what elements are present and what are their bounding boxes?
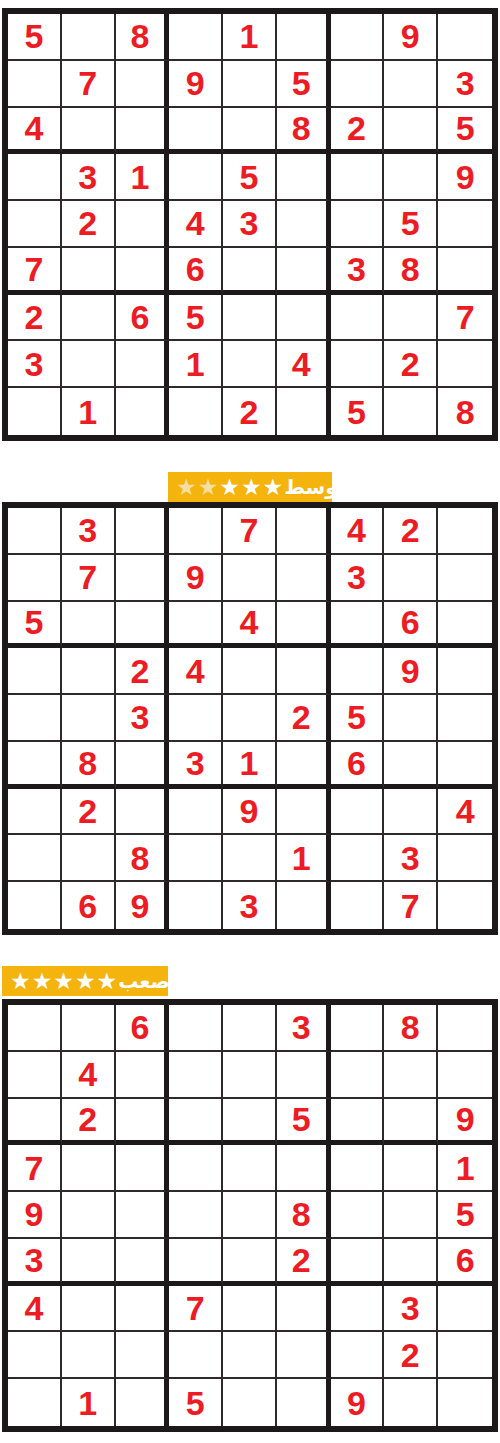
cell-r7c2-given: 2 <box>62 789 116 836</box>
cell-r3c7-empty <box>331 602 385 649</box>
cell-r5c7-given: 5 <box>331 695 385 742</box>
cell-r8c5-empty <box>223 341 277 388</box>
cell-r8c2-empty <box>62 1332 116 1379</box>
cell-r3c9-empty <box>438 602 492 649</box>
cell-r6c1-given: 3 <box>8 1239 62 1286</box>
cell-r8c1-empty <box>8 835 62 882</box>
cell-r1c9-empty <box>438 508 492 555</box>
cell-r8c9-empty <box>438 341 492 388</box>
difficulty-banner-hard: ★★★★★ صعب <box>2 966 168 996</box>
cell-r5c8-empty <box>384 695 438 742</box>
cell-r2c9-empty <box>438 555 492 602</box>
difficulty-label-medium: وسط <box>284 472 338 502</box>
cell-r7c1-given: 4 <box>8 1286 62 1333</box>
cell-r7c5-empty <box>223 295 277 342</box>
cell-r2c2-given: 7 <box>62 555 116 602</box>
cell-r5c1-given: 9 <box>8 1192 62 1239</box>
cell-r6c6-empty <box>277 248 331 295</box>
cell-r3c4-empty <box>169 1099 223 1146</box>
cell-r4c5-empty <box>223 648 277 695</box>
star-icon-bright: ★ <box>10 966 31 996</box>
cell-r7c4-empty <box>169 789 223 836</box>
cell-r3c2-empty <box>62 602 116 649</box>
cell-r7c1-empty <box>8 789 62 836</box>
cell-r4c4-empty <box>169 1145 223 1192</box>
cell-r6c1-empty <box>8 742 62 789</box>
cell-r6c2-given: 8 <box>62 742 116 789</box>
cell-r8c1-empty <box>8 1332 62 1379</box>
cell-r8c1-given: 3 <box>8 341 62 388</box>
cell-r9c2-given: 6 <box>62 882 116 929</box>
cell-r3c5-empty <box>223 108 277 155</box>
cell-r5c1-empty <box>8 695 62 742</box>
cell-r9c9-empty <box>438 882 492 929</box>
star-icon-bright: ★ <box>75 966 96 996</box>
cell-r2c8-empty <box>384 1052 438 1099</box>
cell-r2c8-empty <box>384 555 438 602</box>
cell-r8c4-given: 1 <box>169 341 223 388</box>
cell-r1c3-empty <box>116 508 170 555</box>
cell-r7c9-given: 4 <box>438 789 492 836</box>
cell-r3c1-empty <box>8 1099 62 1146</box>
cell-r3c5-empty <box>223 1099 277 1146</box>
cell-r5c2-given: 2 <box>62 201 116 248</box>
cell-r8c9-empty <box>438 835 492 882</box>
cell-r6c9-empty <box>438 742 492 789</box>
cell-r4c9-empty <box>438 648 492 695</box>
cell-r1c1-empty <box>8 1005 62 1052</box>
cell-r5c5-given: 3 <box>223 201 277 248</box>
cell-r2c6-empty <box>277 555 331 602</box>
cell-r6c6-empty <box>277 742 331 789</box>
cell-r8c3-empty <box>116 1332 170 1379</box>
cell-r1c6-empty <box>277 508 331 555</box>
cell-r1c8-given: 9 <box>384 14 438 61</box>
cell-r5c4-given: 4 <box>169 201 223 248</box>
cell-r3c4-empty <box>169 602 223 649</box>
cell-r7c9-given: 7 <box>438 295 492 342</box>
cell-r1c6-empty <box>277 14 331 61</box>
cell-r5c2-empty <box>62 1192 116 1239</box>
cell-r3c2-given: 2 <box>62 1099 116 1146</box>
cell-r8c2-empty <box>62 835 116 882</box>
cell-r9c8-given: 7 <box>384 882 438 929</box>
cell-r3c4-empty <box>169 108 223 155</box>
cell-r3c1-given: 4 <box>8 108 62 155</box>
cell-r3c9-given: 5 <box>438 108 492 155</box>
cell-r4c7-empty <box>331 648 385 695</box>
cell-r3c7-given: 2 <box>331 108 385 155</box>
cell-r2c8-empty <box>384 61 438 108</box>
cell-r8c6-given: 4 <box>277 341 331 388</box>
cell-r4c3-given: 2 <box>116 648 170 695</box>
cell-r6c8-empty <box>384 742 438 789</box>
cell-r3c8-empty <box>384 1099 438 1146</box>
cell-r9c6-empty <box>277 388 331 435</box>
cell-r1c9-empty <box>438 14 492 61</box>
cell-r2c2-given: 4 <box>62 1052 116 1099</box>
cell-r2c3-empty <box>116 555 170 602</box>
cell-r8c2-empty <box>62 341 116 388</box>
cell-r8c4-empty <box>169 1332 223 1379</box>
cell-r2c6-given: 5 <box>277 61 331 108</box>
cell-r2c5-empty <box>223 61 277 108</box>
cell-r1c8-given: 8 <box>384 1005 438 1052</box>
cell-r9c8-empty <box>384 1379 438 1426</box>
cell-r7c3-empty <box>116 789 170 836</box>
cell-r4c9-given: 9 <box>438 154 492 201</box>
cell-r6c7-given: 3 <box>331 248 385 295</box>
cell-r2c1-empty <box>8 61 62 108</box>
cell-r2c4-given: 9 <box>169 61 223 108</box>
cell-r9c3-empty <box>116 388 170 435</box>
cell-r6c3-empty <box>116 742 170 789</box>
cell-r7c6-empty <box>277 295 331 342</box>
cell-r8c5-empty <box>223 1332 277 1379</box>
difficulty-banner-medium: ★★★★★ وسط <box>168 472 332 502</box>
cell-r9c7-given: 9 <box>331 1379 385 1426</box>
cell-r4c6-empty <box>277 648 331 695</box>
cell-r3c2-empty <box>62 108 116 155</box>
cell-r1c5-given: 7 <box>223 508 277 555</box>
cell-r8c9-empty <box>438 1332 492 1379</box>
cell-r6c9-empty <box>438 248 492 295</box>
cell-r1c6-given: 3 <box>277 1005 331 1052</box>
cell-r1c1-given: 5 <box>8 14 62 61</box>
cell-r6c8-given: 8 <box>384 248 438 295</box>
sudoku-page: 581979534825315924357638265731421258 ★★★… <box>0 8 500 1443</box>
cell-r2c3-empty <box>116 1052 170 1099</box>
cell-r8c6-given: 1 <box>277 835 331 882</box>
cell-r7c7-empty <box>331 789 385 836</box>
cell-r8c3-empty <box>116 341 170 388</box>
cell-r7c5-empty <box>223 1286 277 1333</box>
cell-r6c5-empty <box>223 248 277 295</box>
cell-r8c8-given: 3 <box>384 835 438 882</box>
cell-r7c5-given: 9 <box>223 789 277 836</box>
cell-r5c8-empty <box>384 1192 438 1239</box>
star-icon-bright: ★ <box>53 966 74 996</box>
cell-r8c6-empty <box>277 1332 331 1379</box>
cell-r4c5-empty <box>223 1145 277 1192</box>
cell-r9c8-empty <box>384 388 438 435</box>
cell-r9c9-empty <box>438 1379 492 1426</box>
cell-r9c1-empty <box>8 388 62 435</box>
cell-r5c3-empty <box>116 201 170 248</box>
cell-r5c5-empty <box>223 1192 277 1239</box>
cell-r5c6-given: 8 <box>277 1192 331 1239</box>
cell-r1c7-empty <box>331 14 385 61</box>
cell-r8c8-given: 2 <box>384 341 438 388</box>
cell-r8c8-given: 2 <box>384 1332 438 1379</box>
cell-r8c7-empty <box>331 1332 385 1379</box>
star-icon-bright: ★ <box>32 966 53 996</box>
cell-r5c7-empty <box>331 1192 385 1239</box>
cell-r1c5-empty <box>223 1005 277 1052</box>
cell-r9c1-empty <box>8 882 62 929</box>
cell-r9c7-given: 5 <box>331 388 385 435</box>
star-icon-dim: ★ <box>198 472 219 502</box>
cell-r5c4-empty <box>169 695 223 742</box>
cell-r4c8-empty <box>384 1145 438 1192</box>
cell-r6c8-empty <box>384 1239 438 1286</box>
cell-r5c7-empty <box>331 201 385 248</box>
cell-r7c7-empty <box>331 1286 385 1333</box>
cell-r4c7-empty <box>331 154 385 201</box>
cell-r5c6-empty <box>277 201 331 248</box>
cell-r4c9-given: 1 <box>438 1145 492 1192</box>
star-icon-dim: ★ <box>176 472 197 502</box>
cell-r8c4-empty <box>169 835 223 882</box>
cell-r5c3-empty <box>116 1192 170 1239</box>
sudoku-board-medium: 374279354624932583162948136937 <box>2 502 498 935</box>
cell-r3c8-empty <box>384 108 438 155</box>
cell-r2c7-empty <box>331 61 385 108</box>
cell-r6c5-empty <box>223 1239 277 1286</box>
cell-r7c7-empty <box>331 295 385 342</box>
cell-r1c3-given: 6 <box>116 1005 170 1052</box>
cell-r6c7-given: 6 <box>331 742 385 789</box>
cell-r5c5-empty <box>223 695 277 742</box>
cell-r2c7-empty <box>331 1052 385 1099</box>
cell-r4c7-empty <box>331 1145 385 1192</box>
cell-r4c1-given: 7 <box>8 1145 62 1192</box>
cell-r7c8-empty <box>384 789 438 836</box>
star-icon-bright: ★ <box>241 472 262 502</box>
cell-r5c9-empty <box>438 695 492 742</box>
cell-r1c2-empty <box>62 1005 116 1052</box>
cell-r4c6-empty <box>277 1145 331 1192</box>
cell-r6c7-empty <box>331 1239 385 1286</box>
cell-r9c2-given: 1 <box>62 388 116 435</box>
sudoku-board-top: 581979534825315924357638265731421258 <box>2 8 498 441</box>
cell-r3c8-given: 6 <box>384 602 438 649</box>
cell-r9c3-empty <box>116 1379 170 1426</box>
cell-r6c6-given: 2 <box>277 1239 331 1286</box>
cell-r2c5-empty <box>223 555 277 602</box>
cell-r5c9-empty <box>438 201 492 248</box>
cell-r2c4-empty <box>169 1052 223 1099</box>
cell-r7c3-empty <box>116 1286 170 1333</box>
cell-r6c9-given: 6 <box>438 1239 492 1286</box>
cell-r6c1-given: 7 <box>8 248 62 295</box>
cell-r7c4-given: 7 <box>169 1286 223 1333</box>
cell-r9c9-given: 8 <box>438 388 492 435</box>
cell-r7c2-empty <box>62 1286 116 1333</box>
cell-r3c5-given: 4 <box>223 602 277 649</box>
cell-r8c7-empty <box>331 835 385 882</box>
cell-r5c9-given: 5 <box>438 1192 492 1239</box>
cell-r9c5-given: 3 <box>223 882 277 929</box>
cell-r9c4-given: 5 <box>169 1379 223 1426</box>
cell-r3c6-given: 5 <box>277 1099 331 1146</box>
cell-r9c1-empty <box>8 1379 62 1426</box>
cell-r2c9-given: 3 <box>438 61 492 108</box>
cell-r5c8-given: 5 <box>384 201 438 248</box>
cell-r6c4-given: 3 <box>169 742 223 789</box>
cell-r2c1-empty <box>8 1052 62 1099</box>
cell-r9c7-empty <box>331 882 385 929</box>
cell-r5c3-given: 3 <box>116 695 170 742</box>
cell-r2c6-empty <box>277 1052 331 1099</box>
cell-r1c4-empty <box>169 1005 223 1052</box>
cell-r4c1-empty <box>8 648 62 695</box>
cell-r9c4-empty <box>169 388 223 435</box>
cell-r4c4-empty <box>169 154 223 201</box>
cell-r6c3-empty <box>116 1239 170 1286</box>
cell-r4c1-empty <box>8 154 62 201</box>
cell-r2c3-empty <box>116 61 170 108</box>
cell-r7c3-given: 6 <box>116 295 170 342</box>
sudoku-board-hard: 6384259719853264732159 <box>2 999 498 1432</box>
cell-r2c2-given: 7 <box>62 61 116 108</box>
cell-r4c4-given: 4 <box>169 648 223 695</box>
cell-r3c3-empty <box>116 602 170 649</box>
cell-r6c3-empty <box>116 248 170 295</box>
cell-r1c5-given: 1 <box>223 14 277 61</box>
cell-r9c6-empty <box>277 1379 331 1426</box>
cell-r3c3-empty <box>116 1099 170 1146</box>
cell-r2c5-empty <box>223 1052 277 1099</box>
cell-r6c4-given: 6 <box>169 248 223 295</box>
cell-r6c2-empty <box>62 248 116 295</box>
cell-r6c4-empty <box>169 1239 223 1286</box>
cell-r7c9-empty <box>438 1286 492 1333</box>
cell-r1c9-empty <box>438 1005 492 1052</box>
cell-r9c6-empty <box>277 882 331 929</box>
cell-r2c1-empty <box>8 555 62 602</box>
cell-r7c1-given: 2 <box>8 295 62 342</box>
cell-r5c2-empty <box>62 695 116 742</box>
cell-r5c6-given: 2 <box>277 695 331 742</box>
cell-r5c4-empty <box>169 1192 223 1239</box>
cell-r3c6-empty <box>277 602 331 649</box>
cell-r1c2-given: 3 <box>62 508 116 555</box>
cell-r7c4-given: 5 <box>169 295 223 342</box>
cell-r1c7-given: 4 <box>331 508 385 555</box>
cell-r4c5-given: 5 <box>223 154 277 201</box>
cell-r1c4-empty <box>169 508 223 555</box>
cell-r4c2-given: 3 <box>62 154 116 201</box>
cell-r4c8-empty <box>384 154 438 201</box>
star-icon-bright: ★ <box>219 472 240 502</box>
star-rating-medium: ★★★★★ <box>176 472 284 502</box>
difficulty-label-hard: صعب <box>118 966 170 996</box>
cell-r2c7-given: 3 <box>331 555 385 602</box>
cell-r3c9-given: 9 <box>438 1099 492 1146</box>
cell-r1c1-empty <box>8 508 62 555</box>
cell-r3c1-given: 5 <box>8 602 62 649</box>
cell-r7c8-empty <box>384 295 438 342</box>
star-icon-bright: ★ <box>263 472 284 502</box>
cell-r1c4-empty <box>169 14 223 61</box>
cell-r4c3-empty <box>116 1145 170 1192</box>
cell-r7c6-empty <box>277 1286 331 1333</box>
cell-r1c3-given: 8 <box>116 14 170 61</box>
cell-r4c3-given: 1 <box>116 154 170 201</box>
cell-r3c3-empty <box>116 108 170 155</box>
cell-r5c1-empty <box>8 201 62 248</box>
cell-r1c7-empty <box>331 1005 385 1052</box>
cell-r1c8-given: 2 <box>384 508 438 555</box>
cell-r2c9-empty <box>438 1052 492 1099</box>
cell-r8c3-given: 8 <box>116 835 170 882</box>
cell-r9c2-given: 1 <box>62 1379 116 1426</box>
cell-r2c4-given: 9 <box>169 555 223 602</box>
cell-r9c5-empty <box>223 1379 277 1426</box>
star-icon-bright: ★ <box>97 966 118 996</box>
cell-r6c5-given: 1 <box>223 742 277 789</box>
cell-r7c2-empty <box>62 295 116 342</box>
cell-r4c2-empty <box>62 1145 116 1192</box>
cell-r4c6-empty <box>277 154 331 201</box>
cell-r8c7-empty <box>331 341 385 388</box>
cell-r3c6-given: 8 <box>277 108 331 155</box>
cell-r1c2-empty <box>62 14 116 61</box>
star-rating-hard: ★★★★★ <box>10 966 118 996</box>
cell-r4c2-empty <box>62 648 116 695</box>
cell-r3c7-empty <box>331 1099 385 1146</box>
cell-r9c5-given: 2 <box>223 388 277 435</box>
cell-r9c3-given: 9 <box>116 882 170 929</box>
cell-r9c4-empty <box>169 882 223 929</box>
cell-r4c8-given: 9 <box>384 648 438 695</box>
cell-r7c8-given: 3 <box>384 1286 438 1333</box>
cell-r7c6-empty <box>277 789 331 836</box>
cell-r6c2-empty <box>62 1239 116 1286</box>
cell-r8c5-empty <box>223 835 277 882</box>
